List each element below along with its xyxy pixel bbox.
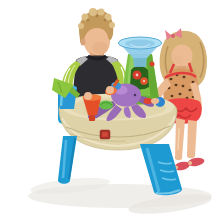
- spinner-hub-2: [143, 80, 145, 82]
- product-photo: [0, 0, 224, 224]
- boy-hand-right: [106, 86, 114, 94]
- octopus-eye: [134, 94, 137, 97]
- girl-hand: [151, 98, 159, 104]
- spinner-hub-1: [136, 74, 139, 77]
- girl-leg-highlight: [178, 128, 179, 150]
- brand-badge: [100, 130, 110, 139]
- boy-cheek-shade: [92, 42, 108, 54]
- boy-hand-left: [84, 92, 92, 100]
- funnel-mouth: [125, 40, 155, 48]
- scene-illustration: [0, 0, 224, 224]
- tower-red-knob: [150, 62, 155, 67]
- girl-cheek: [173, 56, 183, 64]
- boy-ear: [81, 39, 86, 46]
- red-funnel-spout: [89, 115, 95, 121]
